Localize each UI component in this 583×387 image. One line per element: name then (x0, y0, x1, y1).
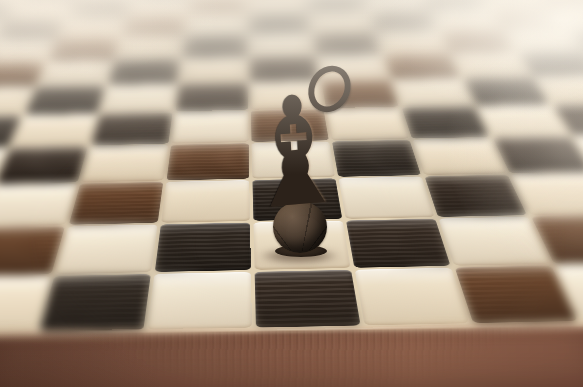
board-square (306, 0, 367, 11)
board-square (249, 33, 314, 56)
board-square (0, 147, 88, 184)
board-square (161, 180, 250, 223)
board-square (313, 31, 381, 54)
board-square (81, 145, 168, 182)
board-square (115, 35, 183, 58)
board-square (25, 85, 105, 114)
board-square (171, 111, 248, 144)
board-square (248, 12, 310, 33)
board-square (384, 53, 460, 79)
board-square (67, 0, 130, 16)
board-square (439, 217, 551, 266)
board-square (188, 0, 246, 14)
chessboard-photo-scene: ♝ (0, 0, 583, 387)
board-square (48, 37, 119, 60)
board-square (39, 274, 151, 332)
board-square (182, 34, 247, 57)
board-square (128, 0, 189, 15)
board-square (55, 224, 158, 274)
board-square (440, 29, 515, 52)
board-square (0, 38, 55, 62)
board-square (167, 143, 250, 180)
board-square (430, 8, 501, 29)
board-square (108, 58, 180, 84)
board-square (402, 106, 490, 138)
board-square (370, 10, 438, 31)
board-square (175, 82, 248, 111)
board-square (58, 16, 125, 37)
board-square (100, 84, 176, 113)
board-square (255, 270, 361, 328)
board-square (11, 114, 97, 147)
board-square (376, 30, 448, 53)
board-square (421, 0, 488, 9)
board-square (69, 182, 163, 225)
board-square (346, 219, 451, 268)
board-square (355, 268, 469, 326)
board-square (392, 78, 474, 107)
board-square (364, 0, 428, 10)
board-square (122, 15, 186, 36)
board-square (339, 176, 435, 218)
board-square (0, 184, 77, 227)
board-square (147, 272, 252, 330)
board-square (425, 175, 527, 217)
board-square (451, 51, 531, 77)
board-frame (0, 326, 583, 387)
board-square (0, 226, 65, 276)
board-square (412, 138, 506, 175)
board-square (309, 11, 374, 32)
board-square (91, 112, 172, 145)
chess-piece-jester-bishop: ♝ (252, 58, 352, 265)
board-square (155, 223, 251, 272)
board-square (185, 13, 246, 34)
board-square (7, 0, 73, 18)
board-square (493, 136, 583, 173)
board-square (248, 0, 307, 13)
board-square (0, 17, 64, 38)
board-square (37, 60, 112, 86)
